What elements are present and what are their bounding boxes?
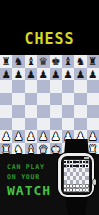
square[interactable]: ♜	[87, 55, 99, 68]
mini-piece	[86, 185, 88, 188]
square[interactable]: ♟	[37, 68, 49, 81]
square[interactable]	[62, 93, 74, 106]
square[interactable]	[87, 118, 99, 131]
tagline: CAN PLAY ON YOUR WATCH	[7, 162, 51, 198]
white-pawn-icon: ♟	[25, 130, 37, 143]
square[interactable]	[87, 93, 99, 106]
square[interactable]	[50, 118, 62, 131]
square[interactable]	[12, 105, 24, 118]
watch-crown-icon	[93, 179, 96, 185]
square[interactable]	[37, 118, 49, 131]
square[interactable]: ♟	[74, 68, 86, 81]
square[interactable]: ♟	[25, 130, 37, 143]
black-queen-icon: ♛	[37, 55, 49, 68]
watch-screen	[61, 156, 92, 195]
square[interactable]: ♟	[50, 68, 62, 81]
square[interactable]	[25, 105, 37, 118]
black-pawn-icon: ♟	[0, 68, 12, 81]
watch-mini-chessboard	[64, 160, 89, 192]
black-pawn-icon: ♟	[74, 68, 86, 81]
square[interactable]	[50, 105, 62, 118]
square[interactable]	[0, 105, 12, 118]
black-pawn-icon: ♟	[12, 68, 24, 81]
square[interactable]	[87, 80, 99, 93]
black-pawn-icon: ♟	[87, 68, 99, 81]
black-pawn-icon: ♟	[50, 68, 62, 81]
square[interactable]	[25, 93, 37, 106]
square[interactable]	[50, 80, 62, 93]
square[interactable]	[37, 105, 49, 118]
promo-screen: CHESS ♜♞♝♛♚♝♞♜♟♟♟♟♟♟♟♟♟♟♟♟♟♟♟♟♜♞♝♛♚♝♞♜ C…	[0, 0, 99, 215]
black-knight-icon: ♞	[12, 55, 24, 68]
square[interactable]: ♟	[87, 68, 99, 81]
square[interactable]: ♟	[12, 130, 24, 143]
black-pawn-icon: ♟	[37, 68, 49, 81]
black-bishop-icon: ♝	[62, 55, 74, 68]
square[interactable]: ♝	[62, 55, 74, 68]
square[interactable]	[0, 118, 12, 131]
square[interactable]	[25, 80, 37, 93]
square[interactable]	[12, 93, 24, 106]
mini-piece	[86, 161, 88, 164]
square[interactable]	[0, 80, 12, 93]
square[interactable]	[37, 80, 49, 93]
square[interactable]: ♞	[12, 55, 24, 68]
black-knight-icon: ♞	[74, 55, 86, 68]
square[interactable]	[74, 93, 86, 106]
square[interactable]: ♟	[0, 68, 12, 81]
square[interactable]	[37, 93, 49, 106]
white-pawn-icon: ♟	[0, 130, 12, 143]
square[interactable]	[62, 118, 74, 131]
square[interactable]	[62, 80, 74, 93]
black-pawn-icon: ♟	[25, 68, 37, 81]
square[interactable]: ♚	[50, 55, 62, 68]
black-bishop-icon: ♝	[25, 55, 37, 68]
square[interactable]	[74, 80, 86, 93]
page-title: CHESS	[0, 29, 99, 49]
watch-status-bar	[84, 157, 89, 159]
black-rook-icon: ♜	[87, 55, 99, 68]
watch-case	[58, 153, 94, 197]
square[interactable]: ♛	[37, 55, 49, 68]
tagline-line-3: WATCH	[7, 184, 51, 198]
square[interactable]: ♝	[25, 55, 37, 68]
square[interactable]	[62, 105, 74, 118]
square[interactable]: ♟	[37, 130, 49, 143]
square[interactable]: ♟	[0, 130, 12, 143]
square[interactable]: ♜	[0, 55, 12, 68]
black-rook-icon: ♜	[0, 55, 12, 68]
tagline-line-2: ON YOUR	[7, 172, 51, 182]
square[interactable]	[87, 105, 99, 118]
watch-strap-bottom	[65, 196, 88, 215]
square[interactable]: ♞	[74, 55, 86, 68]
square[interactable]	[74, 105, 86, 118]
square[interactable]	[0, 93, 12, 106]
square[interactable]	[25, 118, 37, 131]
square[interactable]: ♟	[62, 68, 74, 81]
mini-piece	[86, 165, 88, 168]
square[interactable]: ♟	[12, 68, 24, 81]
black-king-icon: ♚	[50, 55, 62, 68]
tagline-line-1: CAN PLAY	[7, 162, 51, 172]
mini-square	[85, 188, 88, 192]
black-pawn-icon: ♟	[62, 68, 74, 81]
square[interactable]	[12, 118, 24, 131]
smartwatch-illustration	[58, 139, 95, 215]
white-pawn-icon: ♟	[12, 130, 24, 143]
white-pawn-icon: ♟	[37, 130, 49, 143]
square[interactable]: ♟	[25, 68, 37, 81]
square[interactable]	[74, 118, 86, 131]
square[interactable]	[12, 80, 24, 93]
square[interactable]	[50, 93, 62, 106]
mini-piece	[86, 189, 88, 192]
